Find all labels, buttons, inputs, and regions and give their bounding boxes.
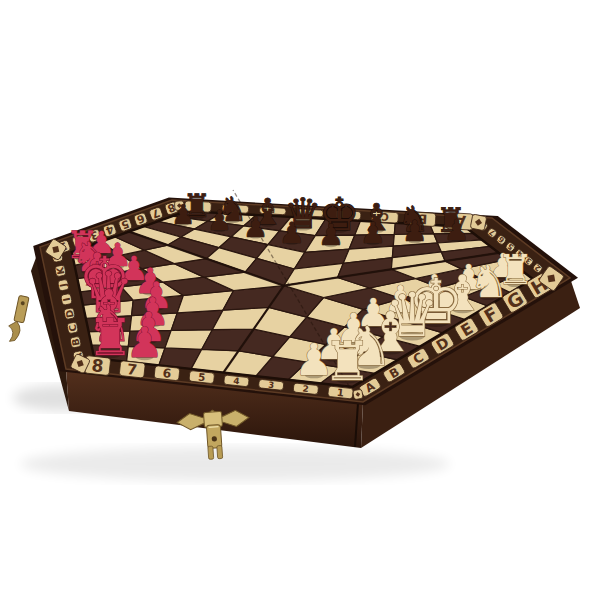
piece-dark-pawn-h2[interactable]: ♟ xyxy=(171,199,195,230)
coordinate-label-cell: B xyxy=(69,336,82,348)
piece-dark-pawn-g2[interactable]: ♟ xyxy=(207,204,232,237)
coordinate-label: 6 xyxy=(162,366,172,381)
side-latch xyxy=(6,295,29,344)
board-svg: ABCDIJKL87654321ABCDEFGHHGFEDCBA12345678… xyxy=(0,0,600,601)
coordinate-label-cell: C xyxy=(66,322,79,334)
floor-shadow xyxy=(20,447,450,481)
piece-dark-pawn-e2[interactable]: ♟ xyxy=(279,216,305,250)
piece-red-pawn-a2[interactable]: ♟ xyxy=(126,318,164,367)
coordinate-label: 5 xyxy=(197,370,206,383)
piece-dark-pawn-b2[interactable]: ♟ xyxy=(402,214,428,248)
piece-dark-pawn-a2[interactable]: ♟ xyxy=(444,213,470,247)
product-photo-three-player-chess: ABCDIJKL87654321ABCDEFGHHGFEDCBA12345678… xyxy=(0,0,600,601)
piece-dark-pawn-d2[interactable]: ♟ xyxy=(318,218,344,252)
three-player-chess-board: ABCDIJKL87654321ABCDEFGHHGFEDCBA12345678… xyxy=(0,0,600,601)
piece-dark-pawn-f2[interactable]: ♟ xyxy=(243,211,269,244)
coordinate-label-cell: D xyxy=(63,307,76,319)
corner-ornament xyxy=(470,214,487,231)
piece-dark-pawn-c2[interactable]: ♟ xyxy=(360,216,386,250)
piece-white-rook-a1[interactable]: ♜ xyxy=(323,330,371,393)
coordinate-label: 4 xyxy=(233,376,240,387)
